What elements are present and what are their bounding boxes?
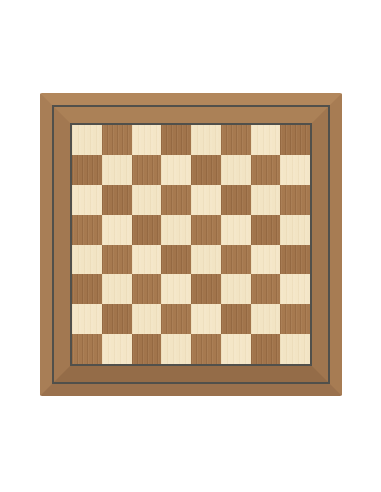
square-a2[interactable]	[72, 304, 102, 334]
square-h7[interactable]	[280, 155, 310, 185]
frame-inlay-line-outer	[52, 105, 330, 384]
square-e3[interactable]	[191, 274, 221, 304]
square-f6[interactable]	[221, 185, 251, 215]
board-frame-outer-band	[40, 93, 342, 396]
square-a7[interactable]	[72, 155, 102, 185]
square-d5[interactable]	[161, 215, 191, 245]
square-a6[interactable]	[72, 185, 102, 215]
square-e5[interactable]	[191, 215, 221, 245]
square-b5[interactable]	[102, 215, 132, 245]
square-g7[interactable]	[251, 155, 281, 185]
square-g3[interactable]	[251, 274, 281, 304]
square-f7[interactable]	[221, 155, 251, 185]
square-f1[interactable]	[221, 334, 251, 364]
square-e8[interactable]	[191, 125, 221, 155]
square-d1[interactable]	[161, 334, 191, 364]
square-c6[interactable]	[132, 185, 162, 215]
square-f5[interactable]	[221, 215, 251, 245]
square-b4[interactable]	[102, 245, 132, 275]
chess-board	[40, 93, 342, 396]
square-h5[interactable]	[280, 215, 310, 245]
square-b7[interactable]	[102, 155, 132, 185]
square-b8[interactable]	[102, 125, 132, 155]
square-b2[interactable]	[102, 304, 132, 334]
square-h3[interactable]	[280, 274, 310, 304]
square-d3[interactable]	[161, 274, 191, 304]
square-c2[interactable]	[132, 304, 162, 334]
photo-background	[0, 0, 381, 492]
square-d6[interactable]	[161, 185, 191, 215]
square-f3[interactable]	[221, 274, 251, 304]
board-frame-inner-band	[54, 107, 328, 382]
square-a5[interactable]	[72, 215, 102, 245]
square-e6[interactable]	[191, 185, 221, 215]
square-c4[interactable]	[132, 245, 162, 275]
square-h1[interactable]	[280, 334, 310, 364]
square-b6[interactable]	[102, 185, 132, 215]
square-e4[interactable]	[191, 245, 221, 275]
square-a8[interactable]	[72, 125, 102, 155]
square-d2[interactable]	[161, 304, 191, 334]
square-e7[interactable]	[191, 155, 221, 185]
square-h6[interactable]	[280, 185, 310, 215]
square-d4[interactable]	[161, 245, 191, 275]
square-b1[interactable]	[102, 334, 132, 364]
square-a3[interactable]	[72, 274, 102, 304]
square-g1[interactable]	[251, 334, 281, 364]
square-g4[interactable]	[251, 245, 281, 275]
frame-inlay-line-inner	[70, 123, 312, 366]
square-e2[interactable]	[191, 304, 221, 334]
square-f4[interactable]	[221, 245, 251, 275]
square-h2[interactable]	[280, 304, 310, 334]
square-d7[interactable]	[161, 155, 191, 185]
square-b3[interactable]	[102, 274, 132, 304]
square-f8[interactable]	[221, 125, 251, 155]
square-h4[interactable]	[280, 245, 310, 275]
square-g2[interactable]	[251, 304, 281, 334]
square-c1[interactable]	[132, 334, 162, 364]
square-f2[interactable]	[221, 304, 251, 334]
square-d8[interactable]	[161, 125, 191, 155]
square-a4[interactable]	[72, 245, 102, 275]
square-e1[interactable]	[191, 334, 221, 364]
square-g5[interactable]	[251, 215, 281, 245]
square-c8[interactable]	[132, 125, 162, 155]
squares-grid	[72, 125, 310, 364]
square-a1[interactable]	[72, 334, 102, 364]
square-h8[interactable]	[280, 125, 310, 155]
square-c7[interactable]	[132, 155, 162, 185]
square-c3[interactable]	[132, 274, 162, 304]
square-c5[interactable]	[132, 215, 162, 245]
square-g6[interactable]	[251, 185, 281, 215]
square-g8[interactable]	[251, 125, 281, 155]
